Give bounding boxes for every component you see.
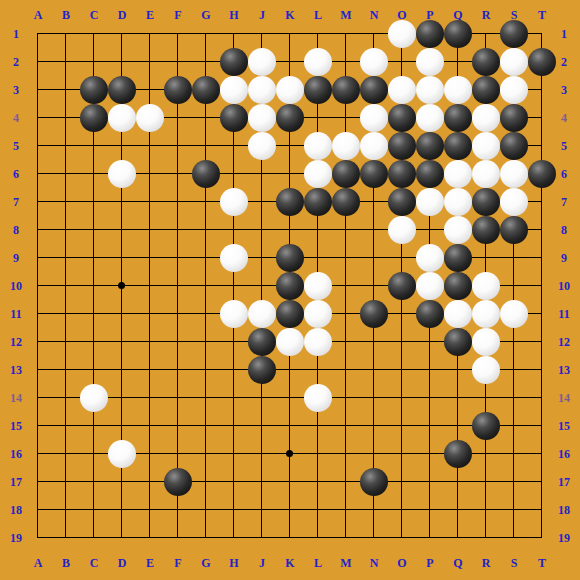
board-intersection-D18[interactable]: [108, 496, 136, 524]
board-intersection-P18[interactable]: [416, 496, 444, 524]
board-intersection-L19[interactable]: [304, 524, 332, 552]
board-intersection-D17[interactable]: [108, 468, 136, 496]
board-intersection-H9[interactable]: [220, 244, 248, 272]
board-intersection-A14[interactable]: [24, 384, 52, 412]
board-intersection-E8[interactable]: [136, 216, 164, 244]
board-intersection-Q5[interactable]: [444, 132, 472, 160]
board-intersection-N14[interactable]: [360, 384, 388, 412]
board-intersection-O10[interactable]: [388, 272, 416, 300]
board-intersection-L3[interactable]: [304, 76, 332, 104]
board-intersection-R19[interactable]: [472, 524, 500, 552]
board-intersection-J18[interactable]: [248, 496, 276, 524]
board-intersection-C17[interactable]: [80, 468, 108, 496]
board-intersection-H2[interactable]: [220, 48, 248, 76]
board-intersection-K13[interactable]: [276, 356, 304, 384]
board-intersection-H12[interactable]: [220, 328, 248, 356]
board-intersection-P10[interactable]: [416, 272, 444, 300]
board-intersection-C2[interactable]: [80, 48, 108, 76]
board-intersection-F7[interactable]: [164, 188, 192, 216]
board-intersection-F5[interactable]: [164, 132, 192, 160]
board-intersection-P5[interactable]: [416, 132, 444, 160]
board-intersection-L18[interactable]: [304, 496, 332, 524]
board-intersection-L2[interactable]: [304, 48, 332, 76]
board-intersection-Q18[interactable]: [444, 496, 472, 524]
board-intersection-K19[interactable]: [276, 524, 304, 552]
board-intersection-S15[interactable]: [500, 412, 528, 440]
board-intersection-O19[interactable]: [388, 524, 416, 552]
board-intersection-J17[interactable]: [248, 468, 276, 496]
board-intersection-P19[interactable]: [416, 524, 444, 552]
board-intersection-E2[interactable]: [136, 48, 164, 76]
board-intersection-N17[interactable]: [360, 468, 388, 496]
board-intersection-E10[interactable]: [136, 272, 164, 300]
board-intersection-D3[interactable]: [108, 76, 136, 104]
board-intersection-O7[interactable]: [388, 188, 416, 216]
board-intersection-S13[interactable]: [500, 356, 528, 384]
board-intersection-B16[interactable]: [52, 440, 80, 468]
board-intersection-R17[interactable]: [472, 468, 500, 496]
board-intersection-Q17[interactable]: [444, 468, 472, 496]
board-intersection-T2[interactable]: [528, 48, 556, 76]
board-intersection-R1[interactable]: [472, 20, 500, 48]
board-intersection-G18[interactable]: [192, 496, 220, 524]
board-intersection-M2[interactable]: [332, 48, 360, 76]
board-intersection-C9[interactable]: [80, 244, 108, 272]
board-intersection-Q7[interactable]: [444, 188, 472, 216]
board-intersection-F6[interactable]: [164, 160, 192, 188]
board-intersection-B11[interactable]: [52, 300, 80, 328]
board-intersection-D15[interactable]: [108, 412, 136, 440]
board-intersection-N2[interactable]: [360, 48, 388, 76]
board-intersection-R4[interactable]: [472, 104, 500, 132]
board-intersection-O12[interactable]: [388, 328, 416, 356]
board-intersection-C12[interactable]: [80, 328, 108, 356]
board-intersection-H3[interactable]: [220, 76, 248, 104]
board-intersection-P13[interactable]: [416, 356, 444, 384]
board-intersection-A11[interactable]: [24, 300, 52, 328]
board-intersection-R8[interactable]: [472, 216, 500, 244]
board-intersection-K12[interactable]: [276, 328, 304, 356]
board-intersection-N5[interactable]: [360, 132, 388, 160]
board-intersection-K5[interactable]: [276, 132, 304, 160]
board-intersection-P2[interactable]: [416, 48, 444, 76]
board-intersection-O9[interactable]: [388, 244, 416, 272]
board-intersection-H7[interactable]: [220, 188, 248, 216]
board-intersection-M13[interactable]: [332, 356, 360, 384]
board-intersection-P8[interactable]: [416, 216, 444, 244]
board-intersection-R15[interactable]: [472, 412, 500, 440]
board-intersection-C5[interactable]: [80, 132, 108, 160]
board-intersection-S9[interactable]: [500, 244, 528, 272]
board-intersection-S14[interactable]: [500, 384, 528, 412]
board-intersection-C14[interactable]: [80, 384, 108, 412]
board-intersection-F8[interactable]: [164, 216, 192, 244]
board-intersection-M19[interactable]: [332, 524, 360, 552]
board-intersection-D11[interactable]: [108, 300, 136, 328]
board-intersection-S2[interactable]: [500, 48, 528, 76]
board-intersection-M1[interactable]: [332, 20, 360, 48]
board-intersection-E7[interactable]: [136, 188, 164, 216]
board-intersection-S19[interactable]: [500, 524, 528, 552]
board-intersection-C15[interactable]: [80, 412, 108, 440]
board-intersection-S7[interactable]: [500, 188, 528, 216]
board-intersection-N13[interactable]: [360, 356, 388, 384]
board-intersection-K9[interactable]: [276, 244, 304, 272]
board-intersection-F2[interactable]: [164, 48, 192, 76]
board-intersection-G1[interactable]: [192, 20, 220, 48]
board-intersection-R9[interactable]: [472, 244, 500, 272]
board-intersection-K4[interactable]: [276, 104, 304, 132]
board-intersection-M9[interactable]: [332, 244, 360, 272]
board-intersection-E1[interactable]: [136, 20, 164, 48]
board-intersection-Q16[interactable]: [444, 440, 472, 468]
board-intersection-A15[interactable]: [24, 412, 52, 440]
board-intersection-Q6[interactable]: [444, 160, 472, 188]
board-intersection-F4[interactable]: [164, 104, 192, 132]
board-intersection-J14[interactable]: [248, 384, 276, 412]
board-intersection-H13[interactable]: [220, 356, 248, 384]
board-intersection-S1[interactable]: [500, 20, 528, 48]
board-intersection-D12[interactable]: [108, 328, 136, 356]
board-intersection-G12[interactable]: [192, 328, 220, 356]
board-intersection-M18[interactable]: [332, 496, 360, 524]
board-intersection-F17[interactable]: [164, 468, 192, 496]
board-intersection-K18[interactable]: [276, 496, 304, 524]
board-intersection-H6[interactable]: [220, 160, 248, 188]
board-intersection-N6[interactable]: [360, 160, 388, 188]
board-intersection-K10[interactable]: [276, 272, 304, 300]
board-intersection-E17[interactable]: [136, 468, 164, 496]
board-intersection-C1[interactable]: [80, 20, 108, 48]
board-intersection-J12[interactable]: [248, 328, 276, 356]
board-intersection-F11[interactable]: [164, 300, 192, 328]
board-intersection-D19[interactable]: [108, 524, 136, 552]
board-intersection-O8[interactable]: [388, 216, 416, 244]
board-intersection-E11[interactable]: [136, 300, 164, 328]
board-intersection-B14[interactable]: [52, 384, 80, 412]
board-intersection-C10[interactable]: [80, 272, 108, 300]
board-intersection-C11[interactable]: [80, 300, 108, 328]
board-intersection-P16[interactable]: [416, 440, 444, 468]
board-intersection-E19[interactable]: [136, 524, 164, 552]
board-intersection-L11[interactable]: [304, 300, 332, 328]
board-intersection-F9[interactable]: [164, 244, 192, 272]
board-intersection-M3[interactable]: [332, 76, 360, 104]
board-intersection-A2[interactable]: [24, 48, 52, 76]
board-intersection-A6[interactable]: [24, 160, 52, 188]
board-intersection-P7[interactable]: [416, 188, 444, 216]
board-intersection-O2[interactable]: [388, 48, 416, 76]
board-intersection-L10[interactable]: [304, 272, 332, 300]
board-intersection-T6[interactable]: [528, 160, 556, 188]
board-intersection-N4[interactable]: [360, 104, 388, 132]
board-intersection-S5[interactable]: [500, 132, 528, 160]
board-intersection-P4[interactable]: [416, 104, 444, 132]
board-intersection-L17[interactable]: [304, 468, 332, 496]
board-intersection-K8[interactable]: [276, 216, 304, 244]
board-intersection-H8[interactable]: [220, 216, 248, 244]
board-intersection-R7[interactable]: [472, 188, 500, 216]
board-intersection-M4[interactable]: [332, 104, 360, 132]
board-intersection-P6[interactable]: [416, 160, 444, 188]
board-intersection-C6[interactable]: [80, 160, 108, 188]
board-intersection-G5[interactable]: [192, 132, 220, 160]
board-intersection-D16[interactable]: [108, 440, 136, 468]
board-intersection-E15[interactable]: [136, 412, 164, 440]
board-intersection-M8[interactable]: [332, 216, 360, 244]
board-intersection-R18[interactable]: [472, 496, 500, 524]
board-intersection-E3[interactable]: [136, 76, 164, 104]
board-intersection-B13[interactable]: [52, 356, 80, 384]
board-intersection-R13[interactable]: [472, 356, 500, 384]
board-intersection-R10[interactable]: [472, 272, 500, 300]
board-intersection-J16[interactable]: [248, 440, 276, 468]
board-intersection-C3[interactable]: [80, 76, 108, 104]
board-intersection-S8[interactable]: [500, 216, 528, 244]
board-intersection-H18[interactable]: [220, 496, 248, 524]
board-intersection-N16[interactable]: [360, 440, 388, 468]
board-intersection-R12[interactable]: [472, 328, 500, 356]
board-intersection-L15[interactable]: [304, 412, 332, 440]
board-intersection-L8[interactable]: [304, 216, 332, 244]
board-intersection-J1[interactable]: [248, 20, 276, 48]
board-intersection-D10[interactable]: [108, 272, 136, 300]
board-intersection-B9[interactable]: [52, 244, 80, 272]
board-intersection-S18[interactable]: [500, 496, 528, 524]
board-intersection-G8[interactable]: [192, 216, 220, 244]
board-intersection-M14[interactable]: [332, 384, 360, 412]
board-intersection-L4[interactable]: [304, 104, 332, 132]
board-intersection-P9[interactable]: [416, 244, 444, 272]
board-intersection-A1[interactable]: [24, 20, 52, 48]
board-intersection-J13[interactable]: [248, 356, 276, 384]
board-intersection-Q14[interactable]: [444, 384, 472, 412]
board-intersection-J6[interactable]: [248, 160, 276, 188]
board-intersection-A8[interactable]: [24, 216, 52, 244]
board-intersection-J7[interactable]: [248, 188, 276, 216]
board-intersection-Q11[interactable]: [444, 300, 472, 328]
board-intersection-F13[interactable]: [164, 356, 192, 384]
board-intersection-L12[interactable]: [304, 328, 332, 356]
board-intersection-A3[interactable]: [24, 76, 52, 104]
board-intersection-F14[interactable]: [164, 384, 192, 412]
board-intersection-K17[interactable]: [276, 468, 304, 496]
board-intersection-N3[interactable]: [360, 76, 388, 104]
board-intersection-O1[interactable]: [388, 20, 416, 48]
board-intersection-K11[interactable]: [276, 300, 304, 328]
board-intersection-P17[interactable]: [416, 468, 444, 496]
board-intersection-D7[interactable]: [108, 188, 136, 216]
board-intersection-G14[interactable]: [192, 384, 220, 412]
board-intersection-J3[interactable]: [248, 76, 276, 104]
board-intersection-B19[interactable]: [52, 524, 80, 552]
board-intersection-Q1[interactable]: [444, 20, 472, 48]
board-intersection-A12[interactable]: [24, 328, 52, 356]
board-intersection-S3[interactable]: [500, 76, 528, 104]
board-intersection-A13[interactable]: [24, 356, 52, 384]
board-intersection-G13[interactable]: [192, 356, 220, 384]
board-intersection-Q12[interactable]: [444, 328, 472, 356]
board-intersection-N7[interactable]: [360, 188, 388, 216]
board-intersection-K1[interactable]: [276, 20, 304, 48]
board-intersection-O18[interactable]: [388, 496, 416, 524]
board-intersection-G11[interactable]: [192, 300, 220, 328]
board-intersection-J9[interactable]: [248, 244, 276, 272]
board-intersection-H5[interactable]: [220, 132, 248, 160]
board-intersection-Q19[interactable]: [444, 524, 472, 552]
board-intersection-R14[interactable]: [472, 384, 500, 412]
board-intersection-O6[interactable]: [388, 160, 416, 188]
board-intersection-M17[interactable]: [332, 468, 360, 496]
board-intersection-R6[interactable]: [472, 160, 500, 188]
board-intersection-A17[interactable]: [24, 468, 52, 496]
board-intersection-G15[interactable]: [192, 412, 220, 440]
board-intersection-O14[interactable]: [388, 384, 416, 412]
board-intersection-Q10[interactable]: [444, 272, 472, 300]
board-intersection-H16[interactable]: [220, 440, 248, 468]
board-intersection-F16[interactable]: [164, 440, 192, 468]
board-intersection-E12[interactable]: [136, 328, 164, 356]
board-intersection-J11[interactable]: [248, 300, 276, 328]
board-intersection-Q3[interactable]: [444, 76, 472, 104]
board-intersection-K6[interactable]: [276, 160, 304, 188]
board-intersection-R2[interactable]: [472, 48, 500, 76]
board-intersection-N8[interactable]: [360, 216, 388, 244]
board-intersection-A5[interactable]: [24, 132, 52, 160]
board-intersection-F3[interactable]: [164, 76, 192, 104]
board-intersection-A19[interactable]: [24, 524, 52, 552]
board-intersection-M15[interactable]: [332, 412, 360, 440]
board-intersection-D6[interactable]: [108, 160, 136, 188]
board-intersection-M16[interactable]: [332, 440, 360, 468]
board-intersection-B18[interactable]: [52, 496, 80, 524]
board-intersection-N18[interactable]: [360, 496, 388, 524]
board-intersection-B17[interactable]: [52, 468, 80, 496]
board-intersection-N15[interactable]: [360, 412, 388, 440]
board-intersection-M10[interactable]: [332, 272, 360, 300]
board-intersection-D2[interactable]: [108, 48, 136, 76]
board-intersection-G17[interactable]: [192, 468, 220, 496]
board-intersection-D13[interactable]: [108, 356, 136, 384]
board-intersection-G2[interactable]: [192, 48, 220, 76]
board-intersection-G19[interactable]: [192, 524, 220, 552]
board-intersection-H11[interactable]: [220, 300, 248, 328]
board-intersection-P12[interactable]: [416, 328, 444, 356]
board-intersection-K7[interactable]: [276, 188, 304, 216]
board-intersection-M7[interactable]: [332, 188, 360, 216]
board-intersection-F12[interactable]: [164, 328, 192, 356]
board-intersection-D14[interactable]: [108, 384, 136, 412]
board-intersection-P11[interactable]: [416, 300, 444, 328]
board-intersection-S17[interactable]: [500, 468, 528, 496]
board-intersection-S11[interactable]: [500, 300, 528, 328]
board-intersection-G3[interactable]: [192, 76, 220, 104]
board-intersection-B6[interactable]: [52, 160, 80, 188]
board-intersection-C16[interactable]: [80, 440, 108, 468]
board-intersection-B3[interactable]: [52, 76, 80, 104]
board-intersection-S6[interactable]: [500, 160, 528, 188]
board-intersection-L1[interactable]: [304, 20, 332, 48]
board-intersection-A9[interactable]: [24, 244, 52, 272]
board-intersection-G7[interactable]: [192, 188, 220, 216]
board-intersection-K15[interactable]: [276, 412, 304, 440]
board-intersection-B4[interactable]: [52, 104, 80, 132]
board-intersection-F1[interactable]: [164, 20, 192, 48]
board-intersection-R16[interactable]: [472, 440, 500, 468]
board-intersection-E14[interactable]: [136, 384, 164, 412]
board-intersection-B1[interactable]: [52, 20, 80, 48]
board-intersection-J5[interactable]: [248, 132, 276, 160]
board-intersection-E6[interactable]: [136, 160, 164, 188]
board-intersection-L7[interactable]: [304, 188, 332, 216]
board-intersection-C18[interactable]: [80, 496, 108, 524]
board-intersection-J19[interactable]: [248, 524, 276, 552]
board-intersection-Q2[interactable]: [444, 48, 472, 76]
board-intersection-A10[interactable]: [24, 272, 52, 300]
board-intersection-C19[interactable]: [80, 524, 108, 552]
board-intersection-Q13[interactable]: [444, 356, 472, 384]
board-intersection-K14[interactable]: [276, 384, 304, 412]
board-intersection-E9[interactable]: [136, 244, 164, 272]
board-intersection-E13[interactable]: [136, 356, 164, 384]
board-intersection-Q9[interactable]: [444, 244, 472, 272]
board-intersection-E5[interactable]: [136, 132, 164, 160]
board-intersection-N12[interactable]: [360, 328, 388, 356]
board-intersection-P1[interactable]: [416, 20, 444, 48]
board-intersection-J4[interactable]: [248, 104, 276, 132]
board-intersection-Q8[interactable]: [444, 216, 472, 244]
board-intersection-Q4[interactable]: [444, 104, 472, 132]
board-intersection-F10[interactable]: [164, 272, 192, 300]
board-intersection-H1[interactable]: [220, 20, 248, 48]
board-intersection-A16[interactable]: [24, 440, 52, 468]
board-intersection-J15[interactable]: [248, 412, 276, 440]
board-intersection-E4[interactable]: [136, 104, 164, 132]
board-intersection-M11[interactable]: [332, 300, 360, 328]
board-intersection-O15[interactable]: [388, 412, 416, 440]
board-intersection-M5[interactable]: [332, 132, 360, 160]
board-intersection-G10[interactable]: [192, 272, 220, 300]
board-intersection-H4[interactable]: [220, 104, 248, 132]
board-intersection-Q15[interactable]: [444, 412, 472, 440]
board-intersection-D1[interactable]: [108, 20, 136, 48]
board-intersection-F18[interactable]: [164, 496, 192, 524]
board-intersection-C4[interactable]: [80, 104, 108, 132]
board-intersection-B8[interactable]: [52, 216, 80, 244]
board-intersection-S12[interactable]: [500, 328, 528, 356]
board-intersection-L13[interactable]: [304, 356, 332, 384]
board-intersection-N11[interactable]: [360, 300, 388, 328]
board-intersection-A7[interactable]: [24, 188, 52, 216]
board-intersection-J2[interactable]: [248, 48, 276, 76]
board-intersection-O5[interactable]: [388, 132, 416, 160]
board-intersection-L5[interactable]: [304, 132, 332, 160]
board-intersection-S10[interactable]: [500, 272, 528, 300]
board-intersection-H10[interactable]: [220, 272, 248, 300]
board-intersection-A18[interactable]: [24, 496, 52, 524]
board-intersection-R3[interactable]: [472, 76, 500, 104]
board-intersection-B15[interactable]: [52, 412, 80, 440]
board-intersection-P15[interactable]: [416, 412, 444, 440]
board-intersection-C13[interactable]: [80, 356, 108, 384]
board-intersection-D4[interactable]: [108, 104, 136, 132]
board-intersection-K3[interactable]: [276, 76, 304, 104]
board-intersection-E18[interactable]: [136, 496, 164, 524]
board-intersection-H14[interactable]: [220, 384, 248, 412]
board-intersection-L6[interactable]: [304, 160, 332, 188]
board-intersection-O17[interactable]: [388, 468, 416, 496]
board-intersection-N1[interactable]: [360, 20, 388, 48]
